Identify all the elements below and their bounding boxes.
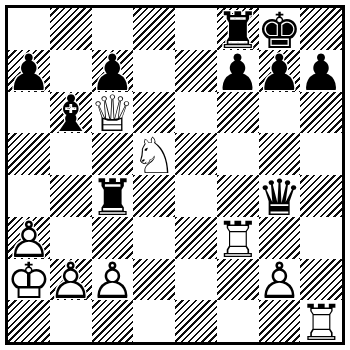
black-pawn[interactable]: ♟ <box>217 50 259 92</box>
white-pawn[interactable]: ♟♙ <box>92 259 134 301</box>
square-e3[interactable] <box>175 217 217 259</box>
square-g5[interactable] <box>259 133 301 175</box>
square-e6[interactable] <box>175 92 217 134</box>
square-h5[interactable] <box>300 133 342 175</box>
square-h4[interactable] <box>300 175 342 217</box>
square-d1[interactable] <box>133 300 175 342</box>
square-a1[interactable] <box>8 300 50 342</box>
square-d7[interactable] <box>133 50 175 92</box>
square-g8[interactable]: ♚ <box>259 8 301 50</box>
black-bishop[interactable]: ♝ <box>50 92 92 134</box>
square-a2[interactable]: ♚♔ <box>8 259 50 301</box>
square-g2[interactable]: ♟♙ <box>259 259 301 301</box>
square-c1[interactable] <box>92 300 134 342</box>
square-f7[interactable]: ♟ <box>217 50 259 92</box>
piece-fill: ♜ <box>300 302 342 344</box>
piece-outline: ♙ <box>8 219 50 261</box>
chess-board: ♜♚♟♟♟♟♟♝♛♕♞♘♜♛♟♙♜♖♚♔♟♙♟♙♟♙♜♖ <box>8 8 342 342</box>
square-g3[interactable] <box>259 217 301 259</box>
piece-fill: ♟ <box>217 52 259 94</box>
black-pawn[interactable]: ♟ <box>259 50 301 92</box>
piece-fill: ♟ <box>92 52 134 94</box>
diagram-page: ♜♚♟♟♟♟♟♝♛♕♞♘♜♛♟♙♜♖♚♔♟♙♟♙♟♙♜♖ <box>0 0 350 350</box>
square-d4[interactable] <box>133 175 175 217</box>
square-c4[interactable]: ♜ <box>92 175 134 217</box>
square-e2[interactable] <box>175 259 217 301</box>
piece-fill: ♝ <box>50 94 92 136</box>
piece-fill: ♟ <box>259 52 301 94</box>
black-queen[interactable]: ♛ <box>259 175 301 217</box>
square-h6[interactable] <box>300 92 342 134</box>
square-c6[interactable]: ♛♕ <box>92 92 134 134</box>
white-knight[interactable]: ♞♘ <box>133 133 175 175</box>
square-g6[interactable] <box>259 92 301 134</box>
piece-fill: ♞ <box>133 135 175 177</box>
square-f4[interactable] <box>217 175 259 217</box>
black-rook[interactable]: ♜ <box>217 8 259 50</box>
square-g1[interactable] <box>259 300 301 342</box>
piece-outline: ♖ <box>300 302 342 344</box>
square-g4[interactable]: ♛ <box>259 175 301 217</box>
square-c8[interactable] <box>92 8 134 50</box>
square-c5[interactable] <box>92 133 134 175</box>
piece-fill: ♚ <box>259 10 301 52</box>
square-e8[interactable] <box>175 8 217 50</box>
piece-outline: ♙ <box>92 261 134 303</box>
square-b2[interactable]: ♟♙ <box>50 259 92 301</box>
square-b8[interactable] <box>50 8 92 50</box>
piece-fill: ♟ <box>92 261 134 303</box>
square-d6[interactable] <box>133 92 175 134</box>
square-d3[interactable] <box>133 217 175 259</box>
square-c3[interactable] <box>92 217 134 259</box>
square-b6[interactable]: ♝ <box>50 92 92 134</box>
square-b5[interactable] <box>50 133 92 175</box>
piece-outline: ♙ <box>50 261 92 303</box>
black-pawn[interactable]: ♟ <box>300 50 342 92</box>
piece-outline: ♘ <box>133 135 175 177</box>
white-rook[interactable]: ♜♖ <box>217 217 259 259</box>
square-a4[interactable] <box>8 175 50 217</box>
white-pawn[interactable]: ♟♙ <box>8 217 50 259</box>
board-frame: ♜♚♟♟♟♟♟♝♛♕♞♘♜♛♟♙♜♖♚♔♟♙♟♙♟♙♜♖ <box>5 5 345 345</box>
black-king[interactable]: ♚ <box>259 8 301 50</box>
square-f1[interactable] <box>217 300 259 342</box>
piece-fill: ♟ <box>8 219 50 261</box>
square-a5[interactable] <box>8 133 50 175</box>
square-e4[interactable] <box>175 175 217 217</box>
piece-outline: ♔ <box>8 261 50 303</box>
piece-fill: ♟ <box>259 261 301 303</box>
white-pawn[interactable]: ♟♙ <box>50 259 92 301</box>
white-pawn[interactable]: ♟♙ <box>259 259 301 301</box>
square-h8[interactable] <box>300 8 342 50</box>
square-f3[interactable]: ♜♖ <box>217 217 259 259</box>
square-c7[interactable]: ♟ <box>92 50 134 92</box>
white-queen[interactable]: ♛♕ <box>92 92 134 134</box>
square-d5[interactable]: ♞♘ <box>133 133 175 175</box>
square-a7[interactable]: ♟ <box>8 50 50 92</box>
piece-outline: ♙ <box>259 261 301 303</box>
white-king[interactable]: ♚♔ <box>8 259 50 301</box>
piece-outline: ♖ <box>217 219 259 261</box>
square-c2[interactable]: ♟♙ <box>92 259 134 301</box>
square-e1[interactable] <box>175 300 217 342</box>
square-d8[interactable] <box>133 8 175 50</box>
black-rook[interactable]: ♜ <box>92 175 134 217</box>
square-a6[interactable] <box>8 92 50 134</box>
square-e5[interactable] <box>175 133 217 175</box>
piece-fill: ♜ <box>217 10 259 52</box>
square-b1[interactable] <box>50 300 92 342</box>
square-f8[interactable]: ♜ <box>217 8 259 50</box>
piece-fill: ♜ <box>92 177 134 219</box>
square-f5[interactable] <box>217 133 259 175</box>
piece-fill: ♟ <box>8 52 50 94</box>
piece-outline: ♕ <box>92 94 134 136</box>
square-d2[interactable] <box>133 259 175 301</box>
square-h2[interactable] <box>300 259 342 301</box>
square-a8[interactable] <box>8 8 50 50</box>
white-rook[interactable]: ♜♖ <box>300 300 342 342</box>
piece-fill: ♟ <box>50 261 92 303</box>
black-pawn[interactable]: ♟ <box>92 50 134 92</box>
square-e7[interactable] <box>175 50 217 92</box>
square-f2[interactable] <box>217 259 259 301</box>
square-b4[interactable] <box>50 175 92 217</box>
piece-fill: ♟ <box>300 52 342 94</box>
square-f6[interactable] <box>217 92 259 134</box>
piece-fill: ♛ <box>259 177 301 219</box>
square-g7[interactable]: ♟ <box>259 50 301 92</box>
piece-fill: ♚ <box>8 261 50 303</box>
piece-fill: ♛ <box>92 94 134 136</box>
square-a3[interactable]: ♟♙ <box>8 217 50 259</box>
square-h1[interactable]: ♜♖ <box>300 300 342 342</box>
square-b7[interactable] <box>50 50 92 92</box>
black-pawn[interactable]: ♟ <box>8 50 50 92</box>
square-h3[interactable] <box>300 217 342 259</box>
square-h7[interactable]: ♟ <box>300 50 342 92</box>
piece-fill: ♜ <box>217 219 259 261</box>
square-b3[interactable] <box>50 217 92 259</box>
